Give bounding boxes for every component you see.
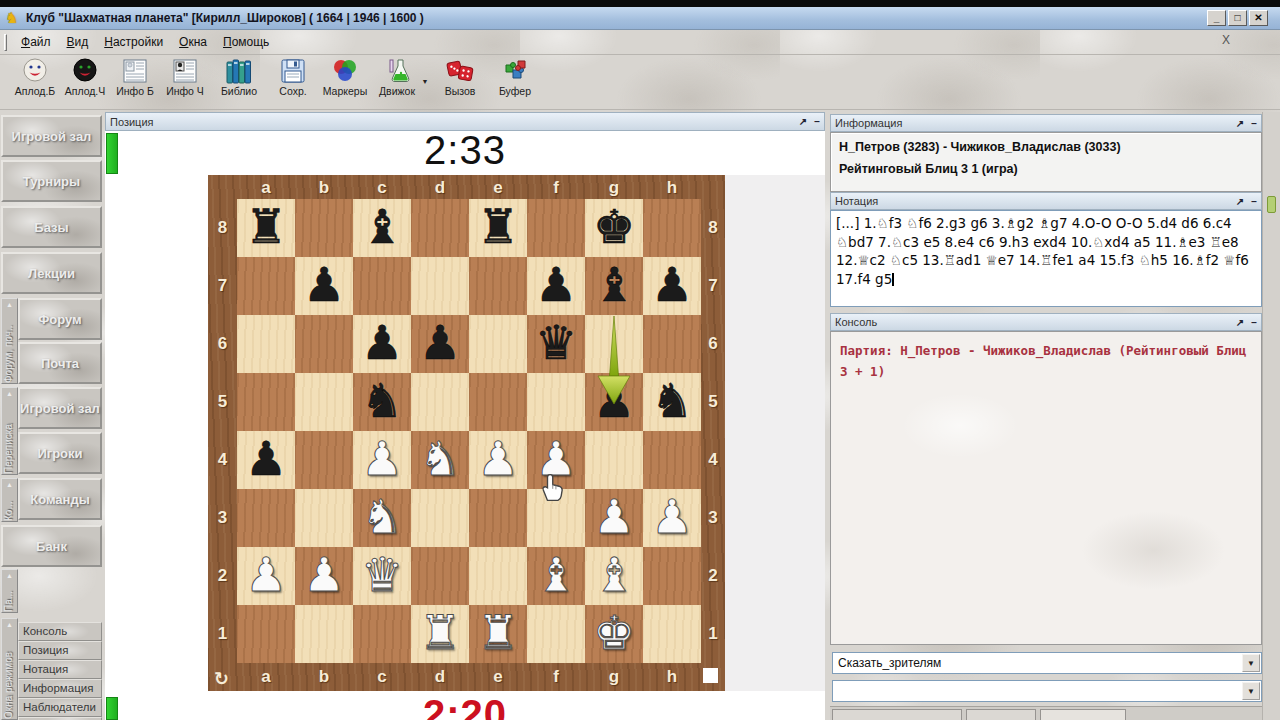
app-icon: ♞	[5, 10, 21, 26]
rank-label-left-6: 6	[208, 315, 237, 373]
console-panel-body[interactable]: Партия: Н_Петров - Чижиков_Владислав (Ре…	[830, 331, 1262, 645]
file-label-top-f: f	[527, 177, 585, 199]
mode-information[interactable]: Информация	[18, 679, 102, 698]
info-panel-header[interactable]: Информация ↗ −	[830, 114, 1262, 132]
square-a7[interactable]	[237, 257, 295, 315]
books-icon	[224, 57, 254, 85]
white-rook[interactable]: ♜	[469, 605, 527, 663]
square-b2[interactable]: ♟	[295, 547, 353, 605]
white-queen[interactable]: ♛	[353, 547, 411, 605]
library-button[interactable]: Библио	[210, 55, 268, 107]
sidebar-group-teams-tab[interactable]: ▲ Ко...	[1, 478, 18, 522]
black-king[interactable]: ♚	[585, 199, 643, 257]
chat-target-select[interactable]: Сказать_зрителям ▼	[832, 652, 1262, 674]
square-b4[interactable]	[295, 431, 353, 489]
square-c7[interactable]	[353, 257, 411, 315]
black-pawn[interactable]: ♟	[527, 257, 585, 315]
flask-icon	[382, 57, 412, 85]
engine-dropdown-arrow[interactable]: ▼	[418, 55, 432, 107]
maximize-button[interactable]: □	[1228, 10, 1247, 26]
white-pawn[interactable]: ♟	[295, 547, 353, 605]
black-pawn[interactable]: ♟	[295, 257, 353, 315]
expand-icon[interactable]: ↗	[1236, 118, 1244, 129]
left-sidebar: Игровой зал Турниры Базы Лекции ▲ Форум,…	[0, 110, 103, 720]
square-d3[interactable]	[411, 489, 469, 547]
white-to-move-icon	[703, 668, 718, 683]
black-clock: 2:33	[105, 128, 825, 173]
info-black-button[interactable]: Инфо Ч	[160, 55, 210, 107]
black-pawn[interactable]: ♟	[237, 431, 295, 489]
square-a2[interactable]: ♟	[237, 547, 295, 605]
square-e2[interactable]	[469, 547, 527, 605]
window-top-edge	[0, 0, 1280, 7]
file-label-top-g: g	[585, 177, 643, 199]
sidebar-bank[interactable]: Банк	[1, 525, 102, 567]
console-panel-header[interactable]: Консоль ↗ −	[830, 313, 1262, 331]
file-label-bottom-d: d	[411, 664, 469, 690]
rank-label-left-7: 7	[208, 257, 237, 315]
black-queen[interactable]: ♛	[527, 315, 585, 373]
board-grid: ♜♝♜♚♟♟♝♟♟♟♛♞♟♞♟♟♞♟♟♞♟♟♟♟♛♝♝♜♜♚	[237, 199, 701, 663]
square-a3[interactable]	[237, 489, 295, 547]
collapse-arrow-icon: ▲	[6, 572, 13, 579]
expand-icon[interactable]: ↗	[799, 116, 807, 127]
rank-label-right-3: 3	[701, 489, 725, 547]
square-h7[interactable]: ♟	[643, 257, 701, 315]
white-knight[interactable]: ♞	[411, 431, 469, 489]
white-clock-indicator	[106, 697, 118, 720]
file-label-bottom-e: e	[469, 664, 527, 690]
square-a6[interactable]	[237, 315, 295, 373]
file-label-bottom-a: a	[237, 664, 295, 690]
square-f4[interactable]: ♟	[527, 431, 585, 489]
black-pawn[interactable]: ♟	[411, 315, 469, 373]
title-bar: ♞ Клуб "Шахматная планета" [Кирилл_Широк…	[0, 7, 1280, 30]
square-g2[interactable]: ♝	[585, 547, 643, 605]
black-bishop[interactable]: ♝	[585, 257, 643, 315]
sidebar-forum[interactable]: Форум	[18, 298, 102, 340]
toolbar: Аплод.Б Аплод.Ч Инфо Б	[0, 55, 1280, 110]
minimize-panel-icon[interactable]: −	[1251, 118, 1257, 129]
square-c8[interactable]: ♝	[353, 199, 411, 257]
black-knight[interactable]: ♞	[353, 373, 411, 431]
white-pawn[interactable]: ♟	[585, 489, 643, 547]
square-b1[interactable]	[295, 605, 353, 663]
white-knight[interactable]: ♞	[353, 489, 411, 547]
square-h4[interactable]	[643, 431, 701, 489]
square-a8[interactable]: ♜	[237, 199, 295, 257]
black-rook[interactable]: ♜	[237, 199, 295, 257]
square-h1[interactable]	[643, 605, 701, 663]
black-knight[interactable]: ♞	[643, 373, 701, 431]
square-e3[interactable]	[469, 489, 527, 547]
rank-label-right-7: 7	[701, 257, 725, 315]
info-white-button[interactable]: Инфо Б	[110, 55, 160, 107]
square-g5[interactable]: ♟	[585, 373, 643, 431]
sidebar-game-hall-2[interactable]: Игровой зал	[18, 387, 102, 429]
square-f2[interactable]: ♝	[527, 547, 585, 605]
notation-panel-header[interactable]: Нотация ↗ −	[830, 192, 1262, 210]
mode-console[interactable]: Консоль	[18, 622, 102, 641]
applaud-black-button[interactable]: Аплод.Ч	[60, 55, 110, 107]
players-line: Н_Петров (3283) - Чижиков_Владислав (303…	[839, 140, 1253, 154]
markers-button[interactable]: Маркеры	[318, 55, 372, 107]
sidebar-group-forum-tab[interactable]: ▲ Форум, поч..	[1, 298, 18, 384]
square-g1[interactable]: ♚	[585, 605, 643, 663]
event-line: Рейтинговый Блиц 3 1 (игра)	[839, 162, 1253, 176]
white-bishop[interactable]: ♝	[527, 547, 585, 605]
square-b6[interactable]	[295, 315, 353, 373]
black-bishop[interactable]: ♝	[353, 199, 411, 257]
file-label-top-c: c	[353, 177, 411, 199]
square-c2[interactable]: ♛	[353, 547, 411, 605]
menu-file[interactable]: Файл	[13, 32, 59, 52]
square-a4[interactable]: ♟	[237, 431, 295, 489]
file-label-top-b: b	[295, 177, 353, 199]
rank-label-right-6: 6	[701, 315, 725, 373]
square-b3[interactable]	[295, 489, 353, 547]
menu-windows[interactable]: Окна	[171, 32, 215, 52]
black-rook[interactable]: ♜	[469, 199, 527, 257]
rank-label-left-1: 1	[208, 605, 237, 663]
file-label-bottom-g: g	[585, 664, 643, 690]
collapse-arrow-icon: ▲	[6, 621, 13, 628]
file-label-bottom-c: c	[353, 664, 411, 690]
square-f5[interactable]	[527, 373, 585, 431]
sidebar-lectures[interactable]: Лекции	[1, 252, 102, 294]
square-g7[interactable]: ♝	[585, 257, 643, 315]
square-f7[interactable]: ♟	[527, 257, 585, 315]
menu-help[interactable]: Помощь	[215, 32, 277, 52]
rgb-circles-icon	[330, 57, 360, 85]
dice-icon	[445, 57, 475, 85]
white-king[interactable]: ♚	[585, 605, 643, 663]
sidebar-players[interactable]: Игроки	[18, 432, 102, 474]
square-e7[interactable]	[469, 257, 527, 315]
mode-position[interactable]: Позиция	[18, 641, 102, 660]
menu-view[interactable]: Вид	[59, 32, 97, 52]
square-d4[interactable]: ♞	[411, 431, 469, 489]
white-bishop[interactable]: ♝	[585, 547, 643, 605]
square-d8[interactable]	[411, 199, 469, 257]
square-g3[interactable]: ♟	[585, 489, 643, 547]
black-pawn[interactable]: ♟	[353, 315, 411, 373]
square-b7[interactable]: ♟	[295, 257, 353, 315]
square-d2[interactable]	[411, 547, 469, 605]
sidebar-modes-tab[interactable]: ▲ Окна режимов	[1, 618, 18, 720]
square-h3[interactable]: ♟	[643, 489, 701, 547]
info-black-icon	[170, 57, 200, 85]
rank-label-right-2: 2	[701, 547, 725, 605]
square-a5[interactable]	[237, 373, 295, 431]
engine-button[interactable]: Движок	[372, 55, 422, 107]
square-c5[interactable]: ♞	[353, 373, 411, 431]
square-h6[interactable]	[643, 315, 701, 373]
square-g4[interactable]	[585, 431, 643, 489]
white-pawn[interactable]: ♟	[237, 547, 295, 605]
clipped-tab[interactable]	[966, 709, 1036, 720]
sidebar-teams[interactable]: Команды	[18, 478, 102, 520]
clipped-tab[interactable]	[1040, 709, 1126, 720]
collapse-arrow-icon: ▲	[6, 390, 13, 397]
chevron-down-icon[interactable]: ▼	[1242, 682, 1260, 700]
rank-label-right-1: 1	[701, 605, 725, 663]
white-pawn[interactable]: ♟	[643, 489, 701, 547]
white-pawn[interactable]: ♟	[469, 431, 527, 489]
square-d5[interactable]	[411, 373, 469, 431]
collapse-arrow-icon: ▲	[6, 481, 13, 488]
square-h5[interactable]: ♞	[643, 373, 701, 431]
square-e4[interactable]: ♟	[469, 431, 527, 489]
square-e5[interactable]	[469, 373, 527, 431]
rank-label-left-3: 3	[208, 489, 237, 547]
rank-label-left-5: 5	[208, 373, 237, 431]
clipped-tab[interactable]	[832, 709, 962, 720]
sidebar-group-correspondence-tab[interactable]: ▲ Переписка	[1, 387, 18, 475]
sidebar-databases[interactable]: Базы	[1, 206, 102, 248]
minimize-button[interactable]: _	[1207, 10, 1226, 26]
menu-close-x[interactable]: X	[1222, 33, 1230, 47]
chevron-down-icon[interactable]: ▼	[1242, 654, 1260, 672]
menu-settings[interactable]: Настройки	[96, 32, 171, 52]
expand-icon[interactable]: ↗	[1236, 196, 1244, 207]
square-f8[interactable]	[527, 199, 585, 257]
save-button[interactable]: Сохр.	[268, 55, 318, 107]
window-title: Клуб "Шахматная планета" [Кирилл_Широков…	[26, 11, 424, 25]
rank-label-right-8: 8	[701, 199, 725, 257]
rank-label-left-4: 4	[208, 431, 237, 489]
move-list: [...] 1.♘f3 ♘f6 2.g3 g6 3.♗g2 ♗g7 4.O-O …	[836, 215, 1249, 287]
square-d7[interactable]	[411, 257, 469, 315]
mode-notation[interactable]: Нотация	[18, 660, 102, 679]
challenge-button[interactable]: Вызов	[432, 55, 488, 107]
menu-grip	[4, 34, 7, 51]
square-e6[interactable]	[469, 315, 527, 373]
chess-board[interactable]: ♜♝♜♚♟♟♝♟♟♟♛♞♟♞♟♟♞♟♟♞♟♟♟♟♛♝♝♜♜♚ ↻ aabbccd…	[208, 175, 725, 691]
square-g8[interactable]: ♚	[585, 199, 643, 257]
white-smiley-icon	[20, 57, 50, 85]
text-caret	[892, 273, 894, 286]
puzzle-icon	[500, 57, 530, 85]
file-label-bottom-f: f	[527, 664, 585, 690]
expand-icon[interactable]: ↗	[1236, 317, 1244, 328]
square-f3[interactable]	[527, 489, 585, 547]
board-right-margin	[725, 175, 825, 691]
square-a1[interactable]	[237, 605, 295, 663]
file-label-top-e: e	[469, 177, 527, 199]
square-h2[interactable]	[643, 547, 701, 605]
flip-board-icon[interactable]: ↻	[214, 668, 229, 689]
rank-label-right-5: 5	[701, 373, 725, 431]
notation-panel-body[interactable]: [...] 1.♘f3 ♘f6 2.g3 g6 3.♗g2 ♗g7 4.O-O …	[830, 210, 1262, 307]
menu-bar: Файл Вид Настройки Окна Помощь	[0, 30, 1280, 55]
square-c1[interactable]	[353, 605, 411, 663]
right-scroll-strip[interactable]	[1262, 112, 1280, 720]
info-panel-title: Информация	[835, 117, 902, 129]
applaud-white-button[interactable]: Аплод.Б	[10, 55, 60, 107]
white-pawn[interactable]: ♟	[353, 431, 411, 489]
info-white-icon	[120, 57, 150, 85]
square-e1[interactable]: ♜	[469, 605, 527, 663]
notation-panel-title: Нотация	[835, 195, 878, 207]
sidebar-games-tab[interactable]: ▲ Па...	[1, 569, 18, 613]
bottom-tabs-clipped	[830, 706, 1262, 720]
white-pawn[interactable]: ♟	[527, 431, 585, 489]
floppy-icon	[278, 57, 308, 85]
sidebar-mail[interactable]: Почта	[18, 342, 102, 384]
close-button[interactable]: ✕	[1249, 10, 1268, 26]
square-b5[interactable]	[295, 373, 353, 431]
file-label-top-d: d	[411, 177, 469, 199]
chat-target-value: Сказать_зрителям	[838, 656, 941, 670]
rank-label-right-4: 4	[701, 431, 725, 489]
square-c4[interactable]: ♟	[353, 431, 411, 489]
collapse-arrow-icon: ▲	[6, 301, 13, 308]
file-label-bottom-b: b	[295, 664, 353, 690]
minimize-panel-icon[interactable]: −	[1251, 196, 1257, 207]
square-h8[interactable]	[643, 199, 701, 257]
white-clock: 2:20	[105, 692, 825, 720]
square-b8[interactable]	[295, 199, 353, 257]
buffer-button[interactable]: Буфер	[488, 55, 542, 107]
square-f6[interactable]: ♛	[527, 315, 585, 373]
white-rook[interactable]: ♜	[411, 605, 469, 663]
sidebar-game-hall[interactable]: Игровой зал	[1, 115, 102, 157]
sidebar-tournaments[interactable]: Турниры	[1, 160, 102, 202]
info-panel-body: Н_Петров (3283) - Чижиков_Владислав (303…	[830, 132, 1262, 192]
square-c6[interactable]: ♟	[353, 315, 411, 373]
square-d6[interactable]: ♟	[411, 315, 469, 373]
minimize-panel-icon[interactable]: −	[1251, 317, 1257, 328]
chat-input-select[interactable]: ▼	[832, 680, 1262, 702]
file-label-top-a: a	[237, 177, 295, 199]
minimize-panel-icon[interactable]: −	[814, 116, 820, 127]
black-smiley-icon	[70, 57, 100, 85]
file-label-bottom-h: h	[643, 664, 701, 690]
black-pawn[interactable]: ♟	[643, 257, 701, 315]
position-panel-title: Позиция	[110, 116, 154, 128]
console-text: Партия: Н_Петров - Чижиков_Владислав (Ре…	[840, 343, 1246, 379]
file-label-top-h: h	[643, 177, 701, 199]
square-c3[interactable]: ♞	[353, 489, 411, 547]
square-e8[interactable]: ♜	[469, 199, 527, 257]
scroll-thumb[interactable]	[1267, 196, 1276, 213]
square-f1[interactable]	[527, 605, 585, 663]
square-d1[interactable]: ♜	[411, 605, 469, 663]
app-window: ♞ Клуб "Шахматная планета" [Кирилл_Широк…	[0, 0, 1280, 720]
square-g6[interactable]	[585, 315, 643, 373]
mode-observers[interactable]: Наблюдатели	[18, 698, 102, 717]
rank-label-left-2: 2	[208, 547, 237, 605]
black-pawn[interactable]: ♟	[585, 373, 643, 431]
console-panel-title: Консоль	[835, 316, 877, 328]
rank-label-left-8: 8	[208, 199, 237, 257]
